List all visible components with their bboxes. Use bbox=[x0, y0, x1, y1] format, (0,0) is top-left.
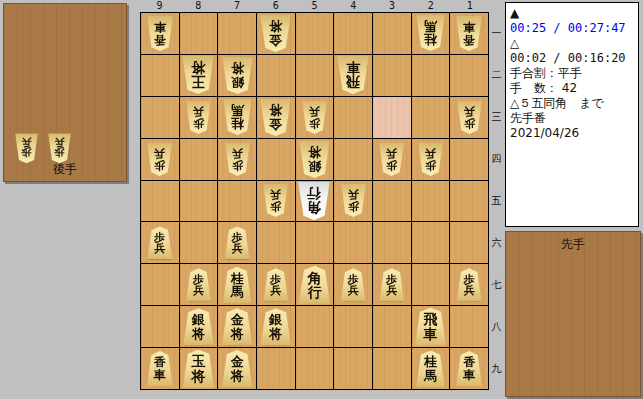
shogi-piece-銀将-gote[interactable]: 銀将 bbox=[222, 57, 253, 94]
board-cell-7七[interactable]: 桂馬 bbox=[218, 264, 256, 305]
board-cell-9九[interactable]: 香車 bbox=[141, 348, 179, 389]
board-cell-9三[interactable] bbox=[141, 97, 179, 138]
app-window: 歩兵歩兵 後手 987654321 一二三四五六七八九 香車金将桂馬香車王将銀将… bbox=[0, 0, 643, 399]
shogi-piece-角行-sente[interactable]: 角行 bbox=[298, 266, 330, 304]
shogi-piece-歩兵-gote[interactable]: 歩兵 bbox=[302, 101, 327, 134]
shogi-piece-桂馬-gote[interactable]: 桂馬 bbox=[223, 99, 252, 135]
board-cell-9一[interactable]: 香車 bbox=[141, 13, 179, 54]
board-cell-5七[interactable]: 角行 bbox=[296, 264, 334, 305]
shogi-piece-飛車-sente[interactable]: 飛車 bbox=[414, 308, 446, 346]
board-cell-5九[interactable] bbox=[296, 348, 334, 389]
board-cell-3五[interactable] bbox=[373, 181, 411, 222]
shogi-piece-歩兵-gote[interactable]: 歩兵 bbox=[418, 143, 443, 176]
board-cell-8八[interactable]: 銀将 bbox=[180, 306, 218, 347]
board-cell-4六[interactable] bbox=[334, 222, 372, 263]
board-cell-8五[interactable] bbox=[180, 181, 218, 222]
rank-label-七: 七 bbox=[490, 264, 503, 306]
file-label-1: 1 bbox=[450, 0, 489, 11]
board-cell-9八[interactable] bbox=[141, 306, 179, 347]
board-cell-6三[interactable]: 金将 bbox=[257, 97, 295, 138]
rank-label-三: 三 bbox=[490, 96, 503, 138]
shogi-piece-歩兵-gote[interactable]: 歩兵 bbox=[48, 133, 71, 163]
shogi-piece-歩兵-gote[interactable]: 歩兵 bbox=[186, 101, 211, 134]
sente-tray-label: 先手 bbox=[506, 236, 640, 253]
board-cell-7八[interactable]: 金将 bbox=[218, 306, 256, 347]
board-cell-2七[interactable] bbox=[412, 264, 450, 305]
board-cell-3九[interactable] bbox=[373, 348, 411, 389]
turn-indicator: 先手番 bbox=[510, 111, 634, 126]
sente-mark: ▲ bbox=[510, 6, 634, 21]
board-cell-6九[interactable] bbox=[257, 348, 295, 389]
board-cell-6二[interactable] bbox=[257, 55, 295, 96]
board-cell-3一[interactable] bbox=[373, 13, 411, 54]
board-cell-2五[interactable] bbox=[412, 181, 450, 222]
board-cell-3二[interactable] bbox=[373, 55, 411, 96]
shogi-piece-香車-gote[interactable]: 香車 bbox=[456, 16, 482, 51]
shogi-piece-角行-gote[interactable]: 角行 bbox=[298, 182, 330, 220]
shogi-piece-歩兵-sente[interactable]: 歩兵 bbox=[225, 226, 250, 259]
board-cell-2六[interactable] bbox=[412, 222, 450, 263]
board-cell-9七[interactable] bbox=[141, 264, 179, 305]
game-date: 2021/04/26 bbox=[510, 126, 634, 141]
shogi-piece-金将-gote[interactable]: 金将 bbox=[260, 99, 291, 136]
board-cell-5一[interactable] bbox=[296, 13, 334, 54]
shogi-piece-銀将-sente[interactable]: 銀将 bbox=[260, 308, 291, 345]
board-cell-1七[interactable]: 歩兵 bbox=[450, 264, 488, 305]
shogi-piece-桂馬-sente[interactable]: 桂馬 bbox=[416, 351, 445, 387]
board-cell-7二[interactable]: 銀将 bbox=[218, 55, 256, 96]
shogi-piece-歩兵-gote[interactable]: 歩兵 bbox=[379, 143, 404, 176]
board-cell-8七[interactable]: 歩兵 bbox=[180, 264, 218, 305]
board-cell-4七[interactable]: 歩兵 bbox=[334, 264, 372, 305]
file-label-7: 7 bbox=[218, 0, 257, 11]
shogi-piece-金将-gote[interactable]: 金将 bbox=[260, 15, 291, 52]
board-cell-9二[interactable] bbox=[141, 55, 179, 96]
shogi-piece-銀将-gote[interactable]: 銀将 bbox=[299, 141, 330, 178]
shogi-piece-銀将-sente[interactable]: 銀将 bbox=[183, 308, 214, 345]
shogi-piece-桂馬-sente[interactable]: 桂馬 bbox=[223, 267, 252, 303]
board-cell-2四[interactable]: 歩兵 bbox=[412, 139, 450, 180]
file-label-3: 3 bbox=[373, 0, 412, 11]
board-cell-5二[interactable] bbox=[296, 55, 334, 96]
board-cell-8九[interactable]: 玉将 bbox=[180, 348, 218, 389]
shogi-piece-桂馬-gote[interactable]: 桂馬 bbox=[416, 15, 445, 51]
board-cell-1一[interactable]: 香車 bbox=[450, 13, 488, 54]
board-cell-6七[interactable]: 歩兵 bbox=[257, 264, 295, 305]
board-cell-6六[interactable] bbox=[257, 222, 295, 263]
board-cell-1四[interactable] bbox=[450, 139, 488, 180]
rank-coordinates: 一二三四五六七八九 bbox=[490, 12, 503, 390]
shogi-piece-歩兵-gote[interactable]: 歩兵 bbox=[263, 184, 288, 217]
board-cell-1三[interactable]: 歩兵 bbox=[450, 97, 488, 138]
handicap-label: 手合割：平手 bbox=[510, 66, 634, 81]
shogi-piece-歩兵-gote[interactable]: 歩兵 bbox=[15, 133, 38, 163]
board-cell-4五[interactable]: 歩兵 bbox=[334, 181, 372, 222]
board-cell-1二[interactable] bbox=[450, 55, 488, 96]
board-cell-1五[interactable] bbox=[450, 181, 488, 222]
shogi-piece-香車-sente[interactable]: 香車 bbox=[147, 351, 173, 386]
board-cell-6一[interactable]: 金将 bbox=[257, 13, 295, 54]
file-label-8: 8 bbox=[179, 0, 218, 11]
board-cell-4八[interactable] bbox=[334, 306, 372, 347]
shogi-piece-歩兵-sente[interactable]: 歩兵 bbox=[379, 268, 404, 301]
shogi-piece-歩兵-gote[interactable]: 歩兵 bbox=[147, 143, 172, 176]
board-cell-5三[interactable]: 歩兵 bbox=[296, 97, 334, 138]
shogi-piece-歩兵-sente[interactable]: 歩兵 bbox=[341, 268, 366, 301]
gote-tray-label: 後手 bbox=[4, 161, 126, 178]
file-label-5: 5 bbox=[295, 0, 334, 11]
board-cell-1八[interactable] bbox=[450, 306, 488, 347]
board-cell-1九[interactable]: 香車 bbox=[450, 348, 488, 389]
board-cell-3六[interactable] bbox=[373, 222, 411, 263]
shogi-piece-金将-sente[interactable]: 金将 bbox=[222, 308, 253, 345]
shogi-piece-歩兵-sente[interactable]: 歩兵 bbox=[186, 268, 211, 301]
board-cell-8二[interactable]: 王将 bbox=[180, 55, 218, 96]
board-cell-7一[interactable] bbox=[218, 13, 256, 54]
file-label-2: 2 bbox=[411, 0, 450, 11]
shogi-piece-歩兵-gote[interactable]: 歩兵 bbox=[341, 184, 366, 217]
board-cell-7六[interactable]: 歩兵 bbox=[218, 222, 256, 263]
shogi-piece-玉将-sente[interactable]: 玉将 bbox=[182, 350, 214, 388]
game-info-panel: ▲ 00:25 / 00:27:47 △ 00:02 / 00:16:20 手合… bbox=[505, 2, 639, 227]
move-count: 手 数： 42 bbox=[510, 81, 634, 96]
board-cell-3四[interactable]: 歩兵 bbox=[373, 139, 411, 180]
board-cell-7四[interactable]: 歩兵 bbox=[218, 139, 256, 180]
board-cell-6五[interactable]: 歩兵 bbox=[257, 181, 295, 222]
last-move-label: △５五同角 まで bbox=[510, 96, 634, 111]
board-cell-7三[interactable]: 桂馬 bbox=[218, 97, 256, 138]
shogi-piece-歩兵-sente[interactable]: 歩兵 bbox=[263, 268, 288, 301]
board-cell-2二[interactable] bbox=[412, 55, 450, 96]
board-cell-3三[interactable] bbox=[373, 97, 411, 138]
rank-label-一: 一 bbox=[490, 12, 503, 54]
sente-clock: 00:25 / 00:27:47 bbox=[510, 21, 634, 36]
board-cell-4四[interactable] bbox=[334, 139, 372, 180]
board-cell-2九[interactable]: 桂馬 bbox=[412, 348, 450, 389]
board-cell-5五[interactable]: 角行 bbox=[296, 181, 334, 222]
board-cell-5六[interactable] bbox=[296, 222, 334, 263]
rank-label-四: 四 bbox=[490, 138, 503, 180]
board-cell-3七[interactable]: 歩兵 bbox=[373, 264, 411, 305]
shogi-piece-飛車-gote[interactable]: 飛車 bbox=[337, 56, 369, 94]
board-cell-4三[interactable] bbox=[334, 97, 372, 138]
board-cell-3八[interactable] bbox=[373, 306, 411, 347]
board-cell-1六[interactable] bbox=[450, 222, 488, 263]
board-cell-7九[interactable]: 金将 bbox=[218, 348, 256, 389]
gote-captured-tray: 歩兵歩兵 後手 bbox=[3, 3, 127, 182]
board-cell-8一[interactable] bbox=[180, 13, 218, 54]
sente-captured-tray: 先手 bbox=[505, 231, 641, 397]
shogi-board: 香車金将桂馬香車王将銀将飛車歩兵桂馬金将歩兵歩兵歩兵歩兵銀将歩兵歩兵歩兵角行歩兵… bbox=[140, 12, 489, 390]
gote-clock: 00:02 / 00:16:20 bbox=[510, 51, 634, 66]
shogi-piece-歩兵-sente[interactable]: 歩兵 bbox=[147, 226, 172, 259]
file-label-6: 6 bbox=[256, 0, 295, 11]
file-coordinates: 987654321 bbox=[140, 0, 489, 11]
board-cell-6八[interactable]: 銀将 bbox=[257, 306, 295, 347]
rank-label-九: 九 bbox=[490, 348, 503, 390]
board-cell-2一[interactable]: 桂馬 bbox=[412, 13, 450, 54]
shogi-piece-香車-gote[interactable]: 香車 bbox=[147, 16, 173, 51]
board-cell-4一[interactable] bbox=[334, 13, 372, 54]
board-cell-4二[interactable]: 飛車 bbox=[334, 55, 372, 96]
board-cell-9四[interactable]: 歩兵 bbox=[141, 139, 179, 180]
board-cell-2三[interactable] bbox=[412, 97, 450, 138]
rank-label-六: 六 bbox=[490, 222, 503, 264]
board-cell-9六[interactable]: 歩兵 bbox=[141, 222, 179, 263]
gote-mark: △ bbox=[510, 36, 634, 51]
board-cell-5八[interactable] bbox=[296, 306, 334, 347]
board-cell-8六[interactable] bbox=[180, 222, 218, 263]
shogi-piece-王将-gote[interactable]: 王将 bbox=[182, 56, 214, 94]
board-cell-2八[interactable]: 飛車 bbox=[412, 306, 450, 347]
rank-label-五: 五 bbox=[490, 180, 503, 222]
board-cell-4九[interactable] bbox=[334, 348, 372, 389]
shogi-piece-歩兵-gote[interactable]: 歩兵 bbox=[225, 143, 250, 176]
board-cell-7五[interactable] bbox=[218, 181, 256, 222]
board-cell-8四[interactable] bbox=[180, 139, 218, 180]
board-cell-5四[interactable]: 銀将 bbox=[296, 139, 334, 180]
rank-label-八: 八 bbox=[490, 306, 503, 348]
shogi-piece-歩兵-sente[interactable]: 歩兵 bbox=[457, 268, 482, 301]
shogi-piece-金将-sente[interactable]: 金将 bbox=[222, 350, 253, 387]
board-cell-8三[interactable]: 歩兵 bbox=[180, 97, 218, 138]
board-cell-6四[interactable] bbox=[257, 139, 295, 180]
file-label-4: 4 bbox=[334, 0, 373, 11]
gote-hand-pieces: 歩兵歩兵 bbox=[15, 133, 71, 163]
board-cell-9五[interactable] bbox=[141, 181, 179, 222]
shogi-piece-歩兵-gote[interactable]: 歩兵 bbox=[457, 101, 482, 134]
shogi-piece-香車-sente[interactable]: 香車 bbox=[456, 351, 482, 386]
file-label-9: 9 bbox=[140, 0, 179, 11]
rank-label-二: 二 bbox=[490, 54, 503, 96]
